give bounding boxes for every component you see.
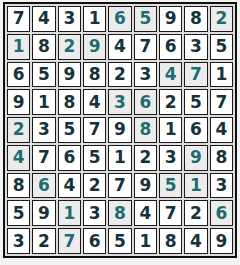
cell-r3c7: 4 [159,62,182,88]
cell-r9c5[interactable]: 5 [108,228,131,254]
cell-r3c3[interactable]: 9 [58,62,81,88]
cell-r6c8: 9 [184,145,207,171]
cell-r4c4[interactable]: 4 [83,89,106,115]
cell-r2c9[interactable]: 5 [210,34,233,60]
cell-r6c7[interactable]: 3 [159,145,182,171]
cell-r4c1[interactable]: 9 [7,89,30,115]
cell-r7c5[interactable]: 7 [108,173,131,199]
cell-r5c3[interactable]: 5 [58,117,81,143]
cell-r1c7[interactable]: 9 [159,6,182,32]
cell-r8c2[interactable]: 9 [32,200,55,226]
cell-r2c1: 1 [7,34,30,60]
cell-r2c6[interactable]: 7 [134,34,157,60]
cell-r9c4[interactable]: 6 [83,228,106,254]
cell-r1c3[interactable]: 3 [58,6,81,32]
cell-r3c9[interactable]: 1 [210,62,233,88]
cell-r7c1[interactable]: 8 [7,173,30,199]
cell-r1c9: 2 [210,6,233,32]
cell-r3c5[interactable]: 2 [108,62,131,88]
cell-r7c4[interactable]: 2 [83,173,106,199]
cell-r6c9[interactable]: 8 [210,145,233,171]
cell-r1c8[interactable]: 8 [184,6,207,32]
cell-r9c9[interactable]: 9 [210,228,233,254]
cell-r4c6: 6 [134,89,157,115]
cell-r6c2[interactable]: 7 [32,145,55,171]
cell-r3c6[interactable]: 3 [134,62,157,88]
cell-r6c1: 4 [7,145,30,171]
cell-r2c7[interactable]: 6 [159,34,182,60]
cell-r5c2[interactable]: 3 [32,117,55,143]
cell-r1c5: 6 [108,6,131,32]
cell-r5c6: 8 [134,117,157,143]
sudoku-board: 7431659821829476356598234719184362572357… [3,2,237,258]
cell-r8c3: 1 [58,200,81,226]
cell-r2c2[interactable]: 8 [32,34,55,60]
cell-r3c1[interactable]: 6 [7,62,30,88]
cell-r3c8: 7 [184,62,207,88]
cell-r1c2[interactable]: 4 [32,6,55,32]
cell-r6c5[interactable]: 1 [108,145,131,171]
cell-r4c8[interactable]: 5 [184,89,207,115]
cell-r5c4[interactable]: 7 [83,117,106,143]
cell-r2c4: 9 [83,34,106,60]
cell-r5c1: 2 [7,117,30,143]
cell-r6c6[interactable]: 2 [134,145,157,171]
cell-r9c3: 7 [58,228,81,254]
cell-r9c8[interactable]: 4 [184,228,207,254]
cell-r4c9[interactable]: 7 [210,89,233,115]
cell-r5c8[interactable]: 6 [184,117,207,143]
cell-r8c7[interactable]: 7 [159,200,182,226]
cell-r6c4[interactable]: 5 [83,145,106,171]
cell-r8c8[interactable]: 2 [184,200,207,226]
cell-r7c2: 6 [32,173,55,199]
cell-r1c6: 5 [134,6,157,32]
cell-r2c8[interactable]: 3 [184,34,207,60]
cell-r4c2[interactable]: 1 [32,89,55,115]
cell-r2c3: 2 [58,34,81,60]
cell-r6c3[interactable]: 6 [58,145,81,171]
cell-r9c7[interactable]: 8 [159,228,182,254]
cell-r7c8: 1 [184,173,207,199]
cell-r3c2[interactable]: 5 [32,62,55,88]
cell-r4c5: 3 [108,89,131,115]
cell-r5c9[interactable]: 4 [210,117,233,143]
cell-r8c9: 6 [210,200,233,226]
cell-r5c7[interactable]: 1 [159,117,182,143]
cell-r1c1[interactable]: 7 [7,6,30,32]
cell-r4c7[interactable]: 2 [159,89,182,115]
cell-r8c4[interactable]: 3 [83,200,106,226]
cell-r9c6[interactable]: 1 [134,228,157,254]
cell-r7c9[interactable]: 3 [210,173,233,199]
cell-r9c1[interactable]: 3 [7,228,30,254]
cell-r5c5[interactable]: 9 [108,117,131,143]
cell-r1c4[interactable]: 1 [83,6,106,32]
cell-r3c4[interactable]: 8 [83,62,106,88]
cell-r7c7: 5 [159,173,182,199]
cell-r7c6[interactable]: 9 [134,173,157,199]
cell-r2c5[interactable]: 4 [108,34,131,60]
cell-r8c1[interactable]: 5 [7,200,30,226]
cell-r8c5: 8 [108,200,131,226]
cell-r9c2[interactable]: 2 [32,228,55,254]
cell-r7c3[interactable]: 4 [58,173,81,199]
cell-r8c6[interactable]: 4 [134,200,157,226]
cell-r4c3[interactable]: 8 [58,89,81,115]
